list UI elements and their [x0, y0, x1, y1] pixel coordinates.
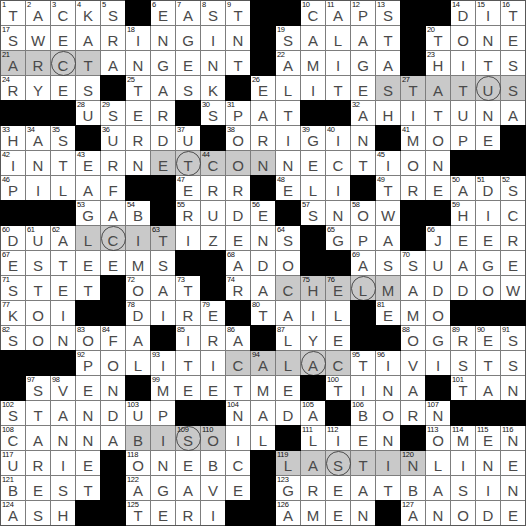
cell-r13c18[interactable]: O — [426, 301, 450, 325]
cell-r18c11[interactable]: L — [251, 426, 275, 450]
cell-r3c8[interactable]: E — [176, 51, 200, 75]
cell-r16c7[interactable]: 99M — [151, 376, 175, 400]
cell-r5c19[interactable]: U — [451, 101, 475, 125]
cell-r2c3[interactable]: E — [51, 26, 75, 50]
cell-r20c17[interactable]: B — [401, 476, 425, 500]
cell-r1c4[interactable]: 4K — [76, 1, 100, 25]
cell-r16c10[interactable]: T — [226, 376, 250, 400]
cell-r2c15[interactable]: A — [351, 26, 375, 50]
cell-r11c7[interactable]: S — [151, 251, 175, 275]
cell-r5c9[interactable]: 30S — [201, 101, 225, 125]
cell-r10c14[interactable]: 65G — [326, 226, 350, 250]
cell-r4c8[interactable]: S — [176, 76, 200, 100]
cell-r7c9[interactable]: 44C — [201, 151, 225, 175]
cell-r5c21[interactable]: A — [501, 101, 525, 125]
cell-r1c8[interactable]: 7A — [176, 1, 200, 25]
cell-r16c9[interactable]: E — [201, 376, 225, 400]
cell-r4c11[interactable]: 26E — [251, 76, 275, 100]
cell-r8c13[interactable]: L — [301, 176, 325, 200]
cell-r15c5[interactable]: O — [101, 351, 125, 375]
cell-r10c1[interactable]: 60D — [1, 226, 25, 250]
cell-r5c10[interactable]: 31P — [226, 101, 250, 125]
cell-r10c19[interactable]: E — [451, 226, 475, 250]
cell-r15c9[interactable]: I — [201, 351, 225, 375]
cell-r6c5[interactable]: 36U — [101, 126, 125, 150]
cell-r10c8[interactable]: I — [176, 226, 200, 250]
cell-r14c19[interactable]: 89R — [451, 326, 475, 350]
cell-r3c3[interactable]: C — [51, 51, 75, 75]
cell-r13c16[interactable]: 81E — [376, 301, 400, 325]
cell-r6c10[interactable]: 38O — [226, 126, 250, 150]
cell-r1c1[interactable]: 1T — [1, 1, 25, 25]
cell-r6c7[interactable]: D — [151, 126, 175, 150]
cell-r8c8[interactable]: 47E — [176, 176, 200, 200]
cell-r3c5[interactable]: A — [101, 51, 125, 75]
cell-r8c19[interactable]: 50A — [451, 176, 475, 200]
cell-r8c18[interactable]: E — [426, 176, 450, 200]
cell-r19c4[interactable]: E — [76, 451, 100, 475]
cell-r10c12[interactable]: 64S — [276, 226, 300, 250]
cell-r12c11[interactable]: A — [251, 276, 275, 300]
cell-r5c17[interactable]: I — [401, 101, 425, 125]
cell-r2c5[interactable]: R — [101, 26, 125, 50]
cell-r1c9[interactable]: 8S — [201, 1, 225, 25]
cell-r8c2[interactable]: I — [26, 176, 50, 200]
cell-r13c7[interactable]: I — [151, 301, 175, 325]
cell-r20c10[interactable]: E — [226, 476, 250, 500]
cell-r13c2[interactable]: O — [26, 301, 50, 325]
cell-r12c19[interactable]: D — [451, 276, 475, 300]
cell-r11c15[interactable]: 69A — [351, 251, 375, 275]
cell-r19c3[interactable]: I — [51, 451, 75, 475]
cell-r11c18[interactable]: U — [426, 251, 450, 275]
cell-r9c4[interactable]: 53G — [76, 201, 100, 225]
cell-r2c1[interactable]: 17S — [1, 26, 25, 50]
cell-r6c3[interactable]: 35S — [51, 126, 75, 150]
cell-r10c3[interactable]: 62A — [51, 226, 75, 250]
cell-r19c14[interactable]: S — [326, 451, 350, 475]
cell-r9c14[interactable]: N — [326, 201, 350, 225]
cell-r6c19[interactable]: P — [451, 126, 475, 150]
cell-r20c4[interactable]: T — [76, 476, 100, 500]
cell-r19c9[interactable]: B — [201, 451, 225, 475]
cell-r18c4[interactable]: N — [76, 426, 100, 450]
cell-r9c8[interactable]: 55R — [176, 201, 200, 225]
cell-r11c17[interactable]: 70S — [401, 251, 425, 275]
cell-r11c3[interactable]: T — [51, 251, 75, 275]
cell-r12c12[interactable]: C — [276, 276, 300, 300]
cell-r6c1[interactable]: 33H — [1, 126, 25, 150]
cell-r8c10[interactable]: R — [226, 176, 250, 200]
cell-r9c16[interactable]: W — [376, 201, 400, 225]
cell-r6c6[interactable]: R — [126, 126, 150, 150]
cell-r4c12[interactable]: L — [276, 76, 300, 100]
cell-r8c14[interactable]: I — [326, 176, 350, 200]
cell-r3c4[interactable]: T — [76, 51, 100, 75]
cell-r15c8[interactable]: T — [176, 351, 200, 375]
cell-r15c20[interactable]: T — [476, 351, 500, 375]
cell-r21c17[interactable]: 127A — [401, 501, 425, 525]
cell-r12c1[interactable]: 71S — [1, 276, 25, 300]
cell-r10c4[interactable]: L — [76, 226, 100, 250]
cell-r15c18[interactable]: I — [426, 351, 450, 375]
cell-r17c17[interactable]: R — [401, 401, 425, 425]
cell-r12c4[interactable]: T — [76, 276, 100, 300]
cell-r12c13[interactable]: 75H — [301, 276, 325, 300]
cell-r12c3[interactable]: E — [51, 276, 75, 300]
cell-r17c2[interactable]: T — [26, 401, 50, 425]
cell-r2c16[interactable]: T — [376, 26, 400, 50]
cell-r20c19[interactable]: S — [451, 476, 475, 500]
cell-r13c3[interactable]: I — [51, 301, 75, 325]
cell-r16c11[interactable]: M — [251, 376, 275, 400]
cell-r3c14[interactable]: I — [326, 51, 350, 75]
cell-r5c6[interactable]: E — [126, 101, 150, 125]
cell-r1c7[interactable]: 6E — [151, 1, 175, 25]
cell-r4c17[interactable]: 27T — [401, 76, 425, 100]
cell-r11c16[interactable]: S — [376, 251, 400, 275]
cell-r2c13[interactable]: A — [301, 26, 325, 50]
cell-r6c12[interactable]: I — [276, 126, 300, 150]
cell-r7c12[interactable]: N — [276, 151, 300, 175]
cell-r3c18[interactable]: 23H — [426, 51, 450, 75]
cell-r18c15[interactable]: E — [351, 426, 375, 450]
cell-r2c2[interactable]: W — [26, 26, 50, 50]
cell-r15c14[interactable]: C — [326, 351, 350, 375]
cell-r19c19[interactable]: I — [451, 451, 475, 475]
cell-r11c10[interactable]: 68A — [226, 251, 250, 275]
cell-r20c16[interactable]: T — [376, 476, 400, 500]
cell-r19c6[interactable]: 118O — [126, 451, 150, 475]
cell-r13c11[interactable]: 80T — [251, 301, 275, 325]
cell-r15c15[interactable]: 95T — [351, 351, 375, 375]
cell-r3c12[interactable]: 22A — [276, 51, 300, 75]
cell-r21c21[interactable]: E — [501, 501, 525, 525]
cell-r4c9[interactable]: K — [201, 76, 225, 100]
cell-r2c19[interactable]: O — [451, 26, 475, 50]
cell-r7c14[interactable]: C — [326, 151, 350, 175]
cell-r13c6[interactable]: 78D — [126, 301, 150, 325]
cell-r21c6[interactable]: 125T — [126, 501, 150, 525]
cell-r4c7[interactable]: A — [151, 76, 175, 100]
cell-r20c21[interactable]: N — [501, 476, 525, 500]
cell-r19c20[interactable]: N — [476, 451, 500, 475]
cell-r15c17[interactable]: V — [401, 351, 425, 375]
cell-r16c2[interactable]: 97S — [26, 376, 50, 400]
cell-r13c12[interactable]: A — [276, 301, 300, 325]
cell-r21c15[interactable]: N — [351, 501, 375, 525]
cell-r20c6[interactable]: 122A — [126, 476, 150, 500]
cell-r11c6[interactable]: M — [126, 251, 150, 275]
cell-r3c1[interactable]: 21A — [1, 51, 25, 75]
cell-r21c8[interactable]: R — [176, 501, 200, 525]
cell-r13c17[interactable]: M — [401, 301, 425, 325]
cell-r7c18[interactable]: N — [426, 151, 450, 175]
cell-r16c14[interactable]: 100T — [326, 376, 350, 400]
cell-r2c14[interactable]: L — [326, 26, 350, 50]
cell-r15c21[interactable]: S — [501, 351, 525, 375]
cell-r2c6[interactable]: 18I — [126, 26, 150, 50]
cell-r19c17[interactable]: 120N — [401, 451, 425, 475]
cell-r12c8[interactable]: 73T — [176, 276, 200, 300]
cell-r18c7[interactable]: I — [151, 426, 175, 450]
cell-r20c7[interactable]: G — [151, 476, 175, 500]
cell-r11c19[interactable]: A — [451, 251, 475, 275]
cell-r6c17[interactable]: 41M — [401, 126, 425, 150]
cell-r10c18[interactable]: 66J — [426, 226, 450, 250]
cell-r5c4[interactable]: 28U — [76, 101, 100, 125]
cell-r7c4[interactable]: 43E — [76, 151, 100, 175]
cell-r16c4[interactable]: E — [76, 376, 100, 400]
cell-r9c19[interactable]: 59H — [451, 201, 475, 225]
cell-r19c15[interactable]: T — [351, 451, 375, 475]
cell-r10c16[interactable]: A — [376, 226, 400, 250]
cell-r8c12[interactable]: 48E — [276, 176, 300, 200]
cell-r18c3[interactable]: N — [51, 426, 75, 450]
cell-r4c16[interactable]: S — [376, 76, 400, 100]
cell-r9c9[interactable]: U — [201, 201, 225, 225]
cell-r20c18[interactable]: A — [426, 476, 450, 500]
cell-r21c14[interactable]: E — [326, 501, 350, 525]
cell-r9c10[interactable]: D — [226, 201, 250, 225]
cell-r10c20[interactable]: E — [476, 226, 500, 250]
cell-r18c21[interactable]: 116N — [501, 426, 525, 450]
cell-r12c14[interactable]: 76E — [326, 276, 350, 300]
cell-r4c15[interactable]: E — [351, 76, 375, 100]
cell-r12c2[interactable]: T — [26, 276, 50, 300]
cell-r11c21[interactable]: E — [501, 251, 525, 275]
cell-r18c16[interactable]: N — [376, 426, 400, 450]
cell-r3c9[interactable]: N — [201, 51, 225, 75]
cell-r14c13[interactable]: Y — [301, 326, 325, 350]
cell-r2c18[interactable]: 20T — [426, 26, 450, 50]
cell-r14c18[interactable]: G — [426, 326, 450, 350]
cell-r12c16[interactable]: M — [376, 276, 400, 300]
cell-r18c14[interactable]: 112I — [326, 426, 350, 450]
cell-r12c7[interactable]: A — [151, 276, 175, 300]
cell-r3c16[interactable]: A — [376, 51, 400, 75]
cell-r7c8[interactable]: T — [176, 151, 200, 175]
cell-r20c3[interactable]: S — [51, 476, 75, 500]
cell-r6c11[interactable]: R — [251, 126, 275, 150]
cell-r18c1[interactable]: 108C — [1, 426, 25, 450]
cell-r2c10[interactable]: N — [226, 26, 250, 50]
cell-r3c2[interactable]: R — [26, 51, 50, 75]
cell-r19c8[interactable]: E — [176, 451, 200, 475]
cell-r1c2[interactable]: 2A — [26, 1, 50, 25]
cell-r17c4[interactable]: N — [76, 401, 100, 425]
cell-r14c14[interactable]: E — [326, 326, 350, 350]
cell-r10c15[interactable]: P — [351, 226, 375, 250]
cell-r4c6[interactable]: 25T — [126, 76, 150, 100]
cell-r15c6[interactable]: L — [126, 351, 150, 375]
cell-r19c2[interactable]: R — [26, 451, 50, 475]
cell-r15c13[interactable]: A — [301, 351, 325, 375]
cell-r5c11[interactable]: A — [251, 101, 275, 125]
cell-r21c18[interactable]: N — [426, 501, 450, 525]
cell-r5c7[interactable]: R — [151, 101, 175, 125]
cell-r9c11[interactable]: 56E — [251, 201, 275, 225]
cell-r18c5[interactable]: A — [101, 426, 125, 450]
cell-r9c6[interactable]: 54B — [126, 201, 150, 225]
cell-r10c21[interactable]: R — [501, 226, 525, 250]
cell-r7c6[interactable]: N — [126, 151, 150, 175]
cell-r18c13[interactable]: 111L — [301, 426, 325, 450]
cell-r21c20[interactable]: D — [476, 501, 500, 525]
cell-r17c5[interactable]: D — [101, 401, 125, 425]
cell-r14c1[interactable]: 82S — [1, 326, 25, 350]
cell-r15c11[interactable]: 94A — [251, 351, 275, 375]
cell-r11c11[interactable]: D — [251, 251, 275, 275]
cell-r15c4[interactable]: 92P — [76, 351, 100, 375]
cell-r1c21[interactable]: 16T — [501, 1, 525, 25]
cell-r17c13[interactable]: 105A — [301, 401, 325, 425]
cell-r10c6[interactable]: I — [126, 226, 150, 250]
cell-r2c7[interactable]: N — [151, 26, 175, 50]
cell-r18c8[interactable]: 109S — [176, 426, 200, 450]
cell-r7c17[interactable]: O — [401, 151, 425, 175]
cell-r10c11[interactable]: N — [251, 226, 275, 250]
cell-r8c20[interactable]: 51D — [476, 176, 500, 200]
cell-r12c17[interactable]: A — [401, 276, 425, 300]
cell-r3c10[interactable]: T — [226, 51, 250, 75]
cell-r18c9[interactable]: 110O — [201, 426, 225, 450]
cell-r3c6[interactable]: N — [126, 51, 150, 75]
cell-r2c8[interactable]: G — [176, 26, 200, 50]
cell-r11c2[interactable]: S — [26, 251, 50, 275]
cell-r11c4[interactable]: E — [76, 251, 100, 275]
cell-r14c17[interactable]: 88O — [401, 326, 425, 350]
cell-r1c15[interactable]: 12P — [351, 1, 375, 25]
cell-r16c17[interactable]: A — [401, 376, 425, 400]
cell-r20c13[interactable]: R — [301, 476, 325, 500]
cell-r5c16[interactable]: H — [376, 101, 400, 125]
cell-r2c21[interactable]: E — [501, 26, 525, 50]
cell-r20c1[interactable]: 121B — [1, 476, 25, 500]
cell-r8c21[interactable]: 52S — [501, 176, 525, 200]
cell-r17c16[interactable]: O — [376, 401, 400, 425]
cell-r20c12[interactable]: 123G — [276, 476, 300, 500]
cell-r6c13[interactable]: 39G — [301, 126, 325, 150]
cell-r16c20[interactable]: A — [476, 376, 500, 400]
cell-r18c10[interactable]: I — [226, 426, 250, 450]
cell-r4c18[interactable]: A — [426, 76, 450, 100]
cell-r15c16[interactable]: 96I — [376, 351, 400, 375]
cell-r2c20[interactable]: N — [476, 26, 500, 50]
cell-r7c1[interactable]: 42I — [1, 151, 25, 175]
cell-r6c15[interactable]: N — [351, 126, 375, 150]
cell-r3c15[interactable]: G — [351, 51, 375, 75]
cell-r11c20[interactable]: G — [476, 251, 500, 275]
cell-r15c19[interactable]: S — [451, 351, 475, 375]
cell-r17c10[interactable]: 104N — [226, 401, 250, 425]
cell-r1c3[interactable]: 3C — [51, 1, 75, 25]
cell-r4c13[interactable]: I — [301, 76, 325, 100]
cell-r7c11[interactable]: N — [251, 151, 275, 175]
cell-r16c15[interactable]: I — [351, 376, 375, 400]
cell-r8c17[interactable]: R — [401, 176, 425, 200]
cell-r21c12[interactable]: 126A — [276, 501, 300, 525]
cell-r1c14[interactable]: 11A — [326, 1, 350, 25]
cell-r3c7[interactable]: G — [151, 51, 175, 75]
cell-r9c5[interactable]: A — [101, 201, 125, 225]
cell-r8c5[interactable]: F — [101, 176, 125, 200]
cell-r19c1[interactable]: 117U — [1, 451, 25, 475]
cell-r17c12[interactable]: D — [276, 401, 300, 425]
cell-r16c5[interactable]: N — [101, 376, 125, 400]
cell-r4c14[interactable]: T — [326, 76, 350, 100]
cell-r3c21[interactable]: S — [501, 51, 525, 75]
cell-r20c2[interactable]: E — [26, 476, 50, 500]
cell-r14c2[interactable]: O — [26, 326, 50, 350]
cell-r6c8[interactable]: 37U — [176, 126, 200, 150]
cell-r15c12[interactable]: L — [276, 351, 300, 375]
cell-r18c2[interactable]: A — [26, 426, 50, 450]
cell-r21c1[interactable]: 124A — [1, 501, 25, 525]
cell-r20c20[interactable]: I — [476, 476, 500, 500]
cell-r19c13[interactable]: A — [301, 451, 325, 475]
cell-r19c7[interactable]: N — [151, 451, 175, 475]
cell-r12c6[interactable]: 72O — [126, 276, 150, 300]
cell-r6c18[interactable]: O — [426, 126, 450, 150]
cell-r20c15[interactable]: A — [351, 476, 375, 500]
cell-r7c5[interactable]: R — [101, 151, 125, 175]
cell-r7c16[interactable]: 45I — [376, 151, 400, 175]
cell-r16c16[interactable]: N — [376, 376, 400, 400]
cell-r14c6[interactable]: A — [126, 326, 150, 350]
cell-r20c14[interactable]: E — [326, 476, 350, 500]
cell-r13c13[interactable]: I — [301, 301, 325, 325]
cell-r14c8[interactable]: 85I — [176, 326, 200, 350]
cell-r17c7[interactable]: P — [151, 401, 175, 425]
cell-r8c1[interactable]: 46P — [1, 176, 25, 200]
cell-r13c9[interactable]: 79E — [201, 301, 225, 325]
cell-r14c20[interactable]: 90E — [476, 326, 500, 350]
cell-r3c20[interactable]: T — [476, 51, 500, 75]
cell-r6c14[interactable]: 40I — [326, 126, 350, 150]
cell-r17c15[interactable]: 106B — [351, 401, 375, 425]
cell-r13c8[interactable]: R — [176, 301, 200, 325]
cell-r16c19[interactable]: 101T — [451, 376, 475, 400]
cell-r10c5[interactable]: C — [101, 226, 125, 250]
cell-r9c13[interactable]: 57S — [301, 201, 325, 225]
cell-r1c20[interactable]: 15I — [476, 1, 500, 25]
cell-r19c10[interactable]: C — [226, 451, 250, 475]
cell-r12c20[interactable]: O — [476, 276, 500, 300]
cell-r8c3[interactable]: L — [51, 176, 75, 200]
cell-r4c2[interactable]: Y — [26, 76, 50, 100]
cell-r9c20[interactable]: I — [476, 201, 500, 225]
cell-r18c6[interactable]: B — [126, 426, 150, 450]
cell-r17c18[interactable]: 107N — [426, 401, 450, 425]
cell-r1c5[interactable]: 5S — [101, 1, 125, 25]
cell-r18c18[interactable]: 113O — [426, 426, 450, 450]
cell-r7c3[interactable]: T — [51, 151, 75, 175]
cell-r10c7[interactable]: 63T — [151, 226, 175, 250]
cell-r11c1[interactable]: 67E — [1, 251, 25, 275]
cell-r1c19[interactable]: 14D — [451, 1, 475, 25]
cell-r4c4[interactable]: S — [76, 76, 100, 100]
cell-r3c13[interactable]: M — [301, 51, 325, 75]
cell-r14c12[interactable]: 87L — [276, 326, 300, 350]
cell-r4c21[interactable]: S — [501, 76, 525, 100]
cell-r7c7[interactable]: E — [151, 151, 175, 175]
cell-r21c7[interactable]: E — [151, 501, 175, 525]
cell-r19c18[interactable]: L — [426, 451, 450, 475]
cell-r10c9[interactable]: Z — [201, 226, 225, 250]
cell-r20c8[interactable]: A — [176, 476, 200, 500]
cell-r21c13[interactable]: M — [301, 501, 325, 525]
